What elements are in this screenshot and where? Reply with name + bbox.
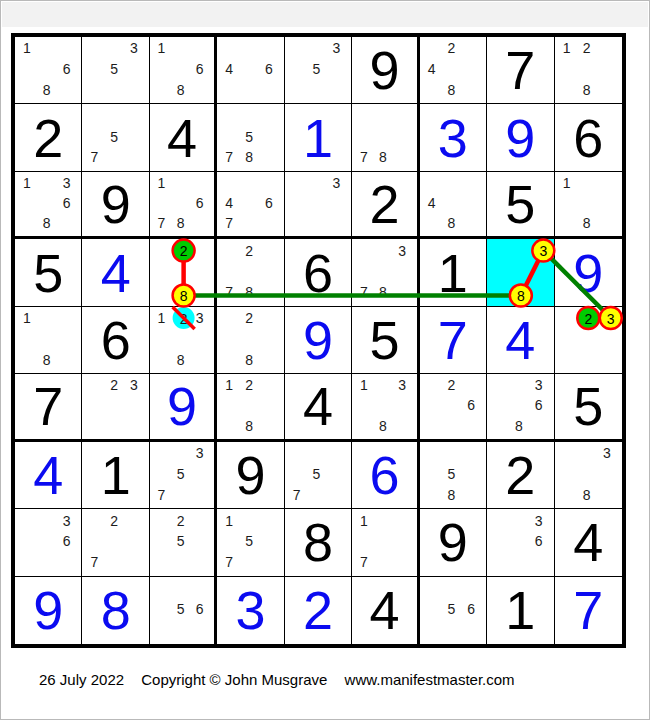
cell-r8c4[interactable]: 157 xyxy=(217,509,284,576)
cell-r8c1[interactable]: 36 xyxy=(15,509,82,576)
given-digit: 5 xyxy=(369,313,399,367)
pencil-marks: 23 xyxy=(82,374,148,438)
solved-digit: 9 xyxy=(167,379,197,433)
pencil-marks: 157 xyxy=(217,509,283,575)
solved-digit: 9 xyxy=(303,313,333,367)
cell-r6c4[interactable]: 128 xyxy=(217,374,284,441)
pencil-mark: 7 xyxy=(152,484,171,505)
cell-r8c2[interactable]: 27 xyxy=(82,509,149,576)
pencil-mark: 3 xyxy=(124,375,144,395)
pencil-marks: 128 xyxy=(217,374,283,438)
given-digit: 1 xyxy=(101,448,131,502)
given-digit: 7 xyxy=(505,43,535,97)
pencil-mark: 2 xyxy=(577,38,597,59)
cell-r5c7[interactable]: 7 xyxy=(420,307,487,374)
solved-digit: 3 xyxy=(438,111,468,165)
given-digit: 5 xyxy=(33,246,63,300)
pencil-marks: 23 xyxy=(555,307,622,373)
cell-r9c8[interactable]: 1 xyxy=(487,577,554,644)
cell-r1c6[interactable]: 9 xyxy=(352,37,419,104)
given-digit: 2 xyxy=(505,448,535,502)
given-digit: 7 xyxy=(33,379,63,433)
pencil-mark: 1 xyxy=(219,510,239,531)
pencil-mark: 2 xyxy=(239,240,259,261)
pencil-mark: 8 xyxy=(37,80,57,101)
cell-r1c8[interactable]: 7 xyxy=(487,37,554,104)
pencil-mark: 8 xyxy=(37,213,57,233)
pencil-marks: 46 xyxy=(217,37,283,103)
cell-r2c8[interactable]: 9 xyxy=(487,104,554,171)
pencil-mark: 7 xyxy=(287,484,307,505)
cell-r8c5[interactable]: 8 xyxy=(285,509,352,576)
pencil-mark: 3 xyxy=(190,308,209,329)
pencil-mark: 6 xyxy=(190,599,209,620)
pencil-mark: 1 xyxy=(219,375,239,395)
pencil-mark: 1 xyxy=(557,173,577,193)
pencil-mark: 7 xyxy=(219,213,239,233)
solved-digit: 9 xyxy=(33,583,63,637)
cell-r9c4[interactable]: 3 xyxy=(217,577,284,644)
pencil-mark: 7 xyxy=(219,552,239,573)
pencil-marks: 58 xyxy=(420,442,486,508)
pencil-mark: 8 xyxy=(509,282,529,303)
solved-digit: 3 xyxy=(236,583,266,637)
cell-r6c7[interactable]: 26 xyxy=(420,374,487,441)
cell-r5c6[interactable]: 5 xyxy=(352,307,419,374)
cell-r5c8[interactable]: 4 xyxy=(487,307,554,374)
cell-r4c7[interactable]: 1 xyxy=(420,239,487,306)
cell-r4c3[interactable]: 28 xyxy=(150,239,217,306)
solved-digit: 4 xyxy=(101,246,131,300)
cell-r9c2[interactable]: 8 xyxy=(82,577,149,644)
cell-r7c8[interactable]: 2 xyxy=(487,442,554,509)
pencil-mark: 4 xyxy=(422,59,442,80)
given-digit: 9 xyxy=(101,177,131,231)
sudoku-board: 1683516846359248712825745781783961368916… xyxy=(11,33,626,648)
pencil-marks: 357 xyxy=(150,442,214,508)
pencil-mark: 3 xyxy=(597,443,617,464)
pencil-mark: 8 xyxy=(239,416,259,436)
cell-r1c4[interactable]: 46 xyxy=(217,37,284,104)
cell-r5c5[interactable]: 9 xyxy=(285,307,352,374)
pencil-marks: 78 xyxy=(352,104,416,170)
given-digit: 5 xyxy=(573,379,603,433)
pencil-mark: 7 xyxy=(84,147,104,168)
pencil-marks: 57 xyxy=(285,442,351,508)
pencil-mark: 2 xyxy=(171,510,190,531)
given-digit: 9 xyxy=(369,43,399,97)
solved-digit: 4 xyxy=(505,313,535,367)
pencil-mark: 3 xyxy=(326,173,346,193)
pencil-mark: 5 xyxy=(171,599,190,620)
cell-r3c4[interactable]: 467 xyxy=(217,172,284,239)
cell-r8c6[interactable]: 17 xyxy=(352,509,419,576)
cell-r2c5[interactable]: 1 xyxy=(285,104,352,171)
given-digit: 1 xyxy=(505,583,535,637)
cell-r3c5[interactable]: 3 xyxy=(285,172,352,239)
pencil-mark: 5 xyxy=(171,531,190,552)
pencil-mark: 6 xyxy=(461,599,481,620)
pencil-mark: 6 xyxy=(259,193,279,213)
pencil-mark: 1 xyxy=(557,38,577,59)
pencil-mark: 2 xyxy=(171,308,190,329)
cell-r2c7[interactable]: 3 xyxy=(420,104,487,171)
pencil-mark: 1 xyxy=(354,510,373,531)
pencil-mark: 3 xyxy=(57,173,77,193)
pencil-mark: 5 xyxy=(239,126,259,147)
pencil-marks: 248 xyxy=(420,37,486,103)
cell-r7c3[interactable]: 357 xyxy=(150,442,217,509)
pencil-marks: 128 xyxy=(555,37,622,103)
pencil-mark: 3 xyxy=(393,375,412,395)
solved-digit: 2 xyxy=(303,583,333,637)
pencil-mark: 6 xyxy=(461,395,481,415)
pencil-mark: 5 xyxy=(171,463,190,484)
pencil-mark: 5 xyxy=(441,463,461,484)
pencil-marks: 26 xyxy=(420,374,486,438)
pencil-mark: 3 xyxy=(393,240,412,261)
cell-r8c8[interactable]: 36 xyxy=(487,509,554,576)
given-digit: 6 xyxy=(573,111,603,165)
pencil-mark: 8 xyxy=(37,349,57,370)
cell-r9c9[interactable]: 7 xyxy=(555,577,622,644)
pencil-marks: 368 xyxy=(487,374,553,438)
cell-r1c1[interactable]: 168 xyxy=(15,37,82,104)
pencil-marks: 56 xyxy=(150,577,214,644)
pencil-marks: 18 xyxy=(15,307,81,373)
pencil-mark: 3 xyxy=(529,510,549,531)
pencil-marks: 48 xyxy=(420,172,486,236)
given-digit: 4 xyxy=(573,515,603,569)
pencil-mark: 8 xyxy=(441,80,461,101)
pencil-mark: 6 xyxy=(259,59,279,80)
pencil-marks: 38 xyxy=(555,442,622,508)
cell-r4c9[interactable]: 9 xyxy=(555,239,622,306)
given-digit: 4 xyxy=(303,379,333,433)
pencil-mark: 8 xyxy=(239,147,259,168)
pencil-mark: 8 xyxy=(577,80,597,101)
cell-r4c1[interactable]: 5 xyxy=(15,239,82,306)
pencil-mark: 3 xyxy=(326,38,346,59)
cell-r7c4[interactable]: 9 xyxy=(217,442,284,509)
footer-copyright: Copyright © John Musgrave xyxy=(141,671,327,688)
pencil-marks: 36 xyxy=(487,509,553,575)
pencil-mark: 8 xyxy=(441,213,461,233)
pencil-marks: 36 xyxy=(15,509,81,575)
pencil-mark: 1 xyxy=(17,38,37,59)
pencil-mark: 2 xyxy=(104,375,124,395)
cell-r7c2[interactable]: 1 xyxy=(82,442,149,509)
pencil-mark: 8 xyxy=(171,282,190,303)
cell-r9c6[interactable]: 4 xyxy=(352,577,419,644)
cell-r1c2[interactable]: 35 xyxy=(82,37,149,104)
cell-r1c3[interactable]: 168 xyxy=(150,37,217,104)
solved-digit: 9 xyxy=(573,246,603,300)
pencil-marks: 168 xyxy=(15,37,81,103)
pencil-mark: 3 xyxy=(597,308,617,329)
pencil-mark: 7 xyxy=(354,282,373,303)
pencil-mark: 2 xyxy=(441,38,461,59)
pencil-mark: 1 xyxy=(152,38,171,59)
pencil-mark: 8 xyxy=(171,213,190,233)
cell-r1c9[interactable]: 128 xyxy=(555,37,622,104)
pencil-mark: 8 xyxy=(441,484,461,505)
pencil-mark: 8 xyxy=(171,349,190,370)
pencil-marks: 1368 xyxy=(15,172,81,236)
pencil-marks: 27 xyxy=(82,509,148,575)
pencil-mark: 8 xyxy=(373,416,392,436)
pencil-marks: 17 xyxy=(352,509,416,575)
pencil-marks: 278 xyxy=(217,239,283,305)
pencil-mark: 6 xyxy=(529,395,549,415)
pencil-mark: 6 xyxy=(529,531,549,552)
cell-r6c5[interactable]: 4 xyxy=(285,374,352,441)
pencil-mark: 2 xyxy=(171,240,190,261)
cell-r2c3[interactable]: 4 xyxy=(150,104,217,171)
given-digit: 5 xyxy=(505,177,535,231)
cell-r4c4[interactable]: 278 xyxy=(217,239,284,306)
pencil-mark: 6 xyxy=(57,193,77,213)
cell-r3c6[interactable]: 2 xyxy=(352,172,419,239)
pencil-mark: 8 xyxy=(577,484,597,505)
cell-r7c9[interactable]: 38 xyxy=(555,442,622,509)
given-digit: 6 xyxy=(101,313,131,367)
pencil-marks: 1238 xyxy=(150,307,214,373)
cell-r6c3[interactable]: 9 xyxy=(150,374,217,441)
cell-r7c5[interactable]: 57 xyxy=(285,442,352,509)
pencil-mark: 5 xyxy=(239,531,259,552)
pencil-mark: 6 xyxy=(190,59,209,80)
pencil-marks: 28 xyxy=(217,307,283,373)
solved-digit: 7 xyxy=(438,313,468,367)
cell-r3c3[interactable]: 1678 xyxy=(150,172,217,239)
pencil-mark: 7 xyxy=(219,147,239,168)
pencil-marks: 168 xyxy=(150,37,214,103)
pencil-mark: 8 xyxy=(239,349,259,370)
pencil-mark: 2 xyxy=(239,375,259,395)
cell-r8c7[interactable]: 9 xyxy=(420,509,487,576)
pencil-mark: 7 xyxy=(84,552,104,573)
pencil-mark: 4 xyxy=(422,193,442,213)
cell-r2c6[interactable]: 78 xyxy=(352,104,419,171)
cell-r8c3[interactable]: 25 xyxy=(150,509,217,576)
cell-r2c2[interactable]: 57 xyxy=(82,104,149,171)
cell-r6c9[interactable]: 5 xyxy=(555,374,622,441)
given-digit: 6 xyxy=(303,246,333,300)
solved-digit: 9 xyxy=(505,111,535,165)
cell-r6c6[interactable]: 138 xyxy=(352,374,419,441)
pencil-mark: 4 xyxy=(219,59,239,80)
pencil-mark: 3 xyxy=(529,375,549,395)
given-digit: 9 xyxy=(236,448,266,502)
pencil-mark: 3 xyxy=(124,38,144,59)
pencil-mark: 1 xyxy=(354,375,373,395)
pencil-mark: 3 xyxy=(190,443,209,464)
pencil-marks: 138 xyxy=(352,374,416,438)
pencil-mark: 2 xyxy=(577,308,597,329)
pencil-mark: 3 xyxy=(529,240,549,261)
pencil-mark: 5 xyxy=(307,463,327,484)
cell-r4c8[interactable]: 38 xyxy=(487,239,554,306)
cell-r2c4[interactable]: 578 xyxy=(217,104,284,171)
given-digit: 4 xyxy=(369,583,399,637)
solved-digit: 6 xyxy=(369,448,399,502)
solved-digit: 4 xyxy=(33,448,63,502)
given-digit: 2 xyxy=(369,177,399,231)
given-digit: 1 xyxy=(438,246,468,300)
footer-date: 26 July 2022 xyxy=(39,671,124,688)
cell-r2c1[interactable]: 2 xyxy=(15,104,82,171)
footer-website[interactable]: www.manifestmaster.com xyxy=(345,671,515,688)
cell-r3c7[interactable]: 48 xyxy=(420,172,487,239)
cell-r3c1[interactable]: 1368 xyxy=(15,172,82,239)
pencil-mark: 7 xyxy=(152,213,171,233)
pencil-marks: 28 xyxy=(150,239,214,305)
pencil-marks: 56 xyxy=(420,577,486,644)
pencil-mark: 8 xyxy=(171,80,190,101)
pencil-mark: 1 xyxy=(17,308,37,329)
cell-r9c3[interactable]: 56 xyxy=(150,577,217,644)
cell-r9c1[interactable]: 9 xyxy=(15,577,82,644)
cell-r5c1[interactable]: 18 xyxy=(15,307,82,374)
cell-r5c4[interactable]: 28 xyxy=(217,307,284,374)
cell-r3c9[interactable]: 18 xyxy=(555,172,622,239)
cell-r7c1[interactable]: 4 xyxy=(15,442,82,509)
cell-r1c5[interactable]: 35 xyxy=(285,37,352,104)
pencil-mark: 8 xyxy=(239,282,259,303)
cell-r9c5[interactable]: 2 xyxy=(285,577,352,644)
given-digit: 9 xyxy=(438,515,468,569)
pencil-mark: 2 xyxy=(239,308,259,329)
pencil-marks: 578 xyxy=(217,104,283,170)
cell-r2c9[interactable]: 6 xyxy=(555,104,622,171)
pencil-marks: 35 xyxy=(285,37,351,103)
cell-r8c9[interactable]: 4 xyxy=(555,509,622,576)
pencil-mark: 8 xyxy=(509,416,529,436)
pencil-mark: 2 xyxy=(441,375,461,395)
pencil-marks: 467 xyxy=(217,172,283,236)
cell-r3c8[interactable]: 5 xyxy=(487,172,554,239)
cell-r5c3[interactable]: 1238 xyxy=(150,307,217,374)
cell-r7c6[interactable]: 6 xyxy=(352,442,419,509)
cell-r7c7[interactable]: 58 xyxy=(420,442,487,509)
pencil-mark: 1 xyxy=(152,308,171,329)
cell-r6c1[interactable]: 7 xyxy=(15,374,82,441)
solved-digit: 8 xyxy=(101,583,131,637)
cell-r6c8[interactable]: 368 xyxy=(487,374,554,441)
cell-r4c5[interactable]: 6 xyxy=(285,239,352,306)
pencil-mark: 5 xyxy=(307,59,327,80)
sudoku-app-window: 1683516846359248712825745781783961368916… xyxy=(0,0,650,720)
pencil-marks: 18 xyxy=(555,172,622,236)
pencil-marks: 25 xyxy=(150,509,214,575)
pencil-marks: 1678 xyxy=(150,172,214,236)
pencil-marks: 38 xyxy=(487,239,553,305)
cell-r3c2[interactable]: 9 xyxy=(82,172,149,239)
solved-digit: 1 xyxy=(303,111,333,165)
pencil-mark: 3 xyxy=(57,510,77,531)
pencil-marks: 378 xyxy=(352,239,416,305)
pencil-mark: 4 xyxy=(219,193,239,213)
pencil-mark: 6 xyxy=(57,531,77,552)
pencil-marks: 35 xyxy=(82,37,148,103)
given-digit: 4 xyxy=(167,111,197,165)
pencil-marks: 57 xyxy=(82,104,148,170)
pencil-mark: 7 xyxy=(219,282,239,303)
pencil-mark: 1 xyxy=(152,173,171,193)
pencil-mark: 8 xyxy=(373,282,392,303)
cell-r4c2[interactable]: 4 xyxy=(82,239,149,306)
cell-r5c9[interactable]: 23 xyxy=(555,307,622,374)
pencil-mark: 6 xyxy=(190,193,209,213)
cell-r5c2[interactable]: 6 xyxy=(82,307,149,374)
footer: 26 July 2022 Copyright © John Musgrave w… xyxy=(39,671,528,688)
given-digit: 8 xyxy=(303,515,333,569)
cell-r4c6[interactable]: 378 xyxy=(352,239,419,306)
pencil-mark: 5 xyxy=(104,126,124,147)
pencil-mark: 7 xyxy=(354,552,373,573)
cell-r6c2[interactable]: 23 xyxy=(82,374,149,441)
pencil-marks: 3 xyxy=(285,172,351,236)
pencil-mark: 2 xyxy=(104,510,124,531)
cell-r9c7[interactable]: 56 xyxy=(420,577,487,644)
pencil-mark: 1 xyxy=(17,173,37,193)
title-bar xyxy=(2,2,648,27)
pencil-mark: 5 xyxy=(441,599,461,620)
pencil-mark: 6 xyxy=(57,59,77,80)
pencil-mark: 7 xyxy=(354,147,373,168)
cell-r1c7[interactable]: 248 xyxy=(420,37,487,104)
pencil-mark: 8 xyxy=(577,213,597,233)
pencil-mark: 5 xyxy=(104,59,124,80)
solved-digit: 7 xyxy=(573,583,603,637)
given-digit: 2 xyxy=(33,111,63,165)
pencil-mark: 8 xyxy=(373,147,392,168)
